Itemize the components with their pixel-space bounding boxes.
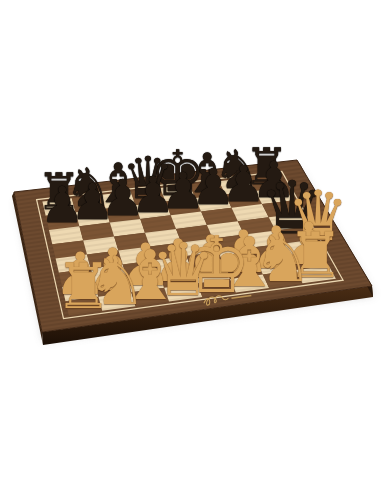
photo-stage: ♜♞♝♚♟♛♟♝♟♞♟♜♟♟♟♟♛♛♟♟♟♟♜♟♞♟♝♟♚♟♛♝♞♜ (0, 0, 381, 492)
black-pawn-a7[interactable]: ♟ (40, 181, 85, 231)
white-rook-a1[interactable]: ♜ (55, 255, 112, 318)
